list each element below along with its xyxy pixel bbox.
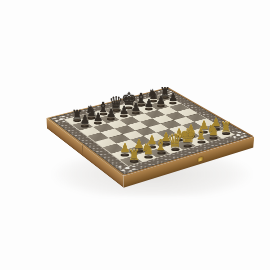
hinge-seam xyxy=(82,145,83,157)
brass-latch xyxy=(198,157,202,162)
product-photo-scene: ♜♞♝♛♚♝♞♜♟♟♟♟♟♟♟♟♟♟♟♟♟♟♟♟♜♞♝♛♚♝♞♜ xyxy=(0,0,270,270)
